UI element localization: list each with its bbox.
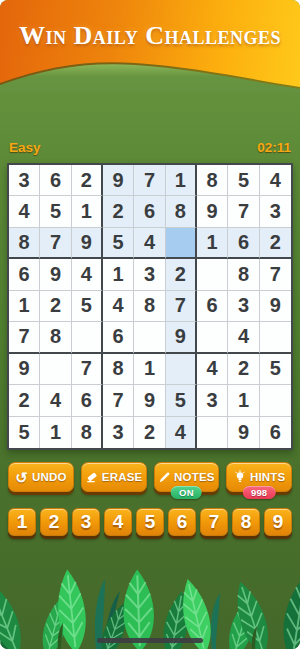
cell-r4c8[interactable]: 8 bbox=[228, 259, 259, 290]
cell-r6c6[interactable]: 9 bbox=[166, 322, 197, 353]
cell-r7c9[interactable]: 5 bbox=[260, 354, 291, 385]
cell-r9c7[interactable] bbox=[197, 417, 228, 448]
cell-r4c5[interactable]: 3 bbox=[134, 259, 165, 290]
cell-r9c5[interactable]: 2 bbox=[134, 417, 165, 448]
cell-r3c9[interactable]: 2 bbox=[260, 228, 291, 259]
cell-r5c7[interactable]: 6 bbox=[197, 291, 228, 322]
cell-r2c8[interactable]: 7 bbox=[228, 196, 259, 227]
cell-r6c3[interactable] bbox=[72, 322, 103, 353]
cell-r3c2[interactable]: 7 bbox=[40, 228, 71, 259]
cell-r3c4[interactable]: 5 bbox=[103, 228, 134, 259]
cell-r4c2[interactable]: 9 bbox=[40, 259, 71, 290]
notes-on-badge: ON bbox=[171, 486, 202, 500]
numpad-8[interactable]: 8 bbox=[232, 508, 260, 536]
cell-r3c6[interactable] bbox=[166, 228, 197, 259]
cell-r5c5[interactable]: 8 bbox=[134, 291, 165, 322]
cell-r6c7[interactable] bbox=[197, 322, 228, 353]
home-indicator[interactable] bbox=[97, 638, 203, 643]
cell-r7c2[interactable] bbox=[40, 354, 71, 385]
timer: 02:11 bbox=[257, 140, 291, 155]
cell-r1c2[interactable]: 6 bbox=[40, 165, 71, 196]
numpad-9[interactable]: 9 bbox=[264, 508, 292, 536]
cell-r5c9[interactable]: 9 bbox=[260, 291, 291, 322]
cell-r6c8[interactable]: 4 bbox=[228, 322, 259, 353]
cell-r5c8[interactable]: 3 bbox=[228, 291, 259, 322]
banner-title: Win Daily Challenges bbox=[0, 21, 300, 51]
cell-r1c1[interactable]: 3 bbox=[9, 165, 40, 196]
cell-r3c8[interactable]: 6 bbox=[228, 228, 259, 259]
undo-icon: ↺ bbox=[15, 470, 28, 485]
cell-r4c4[interactable]: 1 bbox=[103, 259, 134, 290]
cell-r4c7[interactable] bbox=[197, 259, 228, 290]
cell-r8c3[interactable]: 6 bbox=[72, 385, 103, 416]
hints-label: HINTS bbox=[250, 471, 286, 483]
undo-label: UNDO bbox=[32, 471, 67, 483]
cell-r9c2[interactable]: 1 bbox=[40, 417, 71, 448]
numpad-2[interactable]: 2 bbox=[40, 508, 68, 536]
numpad-3[interactable]: 3 bbox=[72, 508, 100, 536]
cell-r5c4[interactable]: 4 bbox=[103, 291, 134, 322]
cell-r9c1[interactable]: 5 bbox=[9, 417, 40, 448]
cell-r5c1[interactable]: 1 bbox=[9, 291, 40, 322]
cell-r3c5[interactable]: 4 bbox=[134, 228, 165, 259]
cell-r4c1[interactable]: 6 bbox=[9, 259, 40, 290]
hints-count-badge: 998 bbox=[243, 486, 275, 500]
cell-r1c8[interactable]: 5 bbox=[228, 165, 259, 196]
status-row: Easy 02:11 bbox=[9, 140, 291, 155]
cell-r8c4[interactable]: 7 bbox=[103, 385, 134, 416]
cell-r4c6[interactable]: 2 bbox=[166, 259, 197, 290]
difficulty-label: Easy bbox=[9, 140, 41, 155]
green-hill-decoration bbox=[0, 56, 300, 92]
cell-r2c4[interactable]: 2 bbox=[103, 196, 134, 227]
cell-r7c7[interactable]: 4 bbox=[197, 354, 228, 385]
cell-r8c6[interactable]: 5 bbox=[166, 385, 197, 416]
cell-r1c4[interactable]: 9 bbox=[103, 165, 134, 196]
numpad-5[interactable]: 5 bbox=[136, 508, 164, 536]
notes-button[interactable]: NOTES ON bbox=[154, 462, 220, 492]
cell-r7c8[interactable]: 2 bbox=[228, 354, 259, 385]
cell-r2c1[interactable]: 4 bbox=[9, 196, 40, 227]
cell-r6c5[interactable] bbox=[134, 322, 165, 353]
cell-r8c5[interactable]: 9 bbox=[134, 385, 165, 416]
notes-label: NOTES bbox=[174, 471, 215, 483]
cell-r7c1[interactable]: 9 bbox=[9, 354, 40, 385]
cell-r6c9[interactable] bbox=[260, 322, 291, 353]
numpad-7[interactable]: 7 bbox=[200, 508, 228, 536]
cell-r1c3[interactable]: 2 bbox=[72, 165, 103, 196]
cell-r2c7[interactable]: 9 bbox=[197, 196, 228, 227]
cell-r9c4[interactable]: 3 bbox=[103, 417, 134, 448]
cell-r4c3[interactable]: 4 bbox=[72, 259, 103, 290]
cell-r8c8[interactable]: 1 bbox=[228, 385, 259, 416]
cell-r3c7[interactable]: 1 bbox=[197, 228, 228, 259]
cell-r2c5[interactable]: 6 bbox=[134, 196, 165, 227]
cell-r9c9[interactable]: 6 bbox=[260, 417, 291, 448]
cell-r6c2[interactable]: 8 bbox=[40, 322, 71, 353]
cell-r5c2[interactable]: 2 bbox=[40, 291, 71, 322]
toolbar: ↺ UNDO ERASE NOTES ON bbox=[8, 462, 292, 492]
cell-r1c5[interactable]: 7 bbox=[134, 165, 165, 196]
lightbulb-icon bbox=[233, 470, 247, 484]
cell-r2c9[interactable]: 3 bbox=[260, 196, 291, 227]
cell-r5c6[interactable]: 7 bbox=[166, 291, 197, 322]
cell-r7c4[interactable]: 8 bbox=[103, 354, 134, 385]
undo-button[interactable]: ↺ UNDO bbox=[8, 462, 74, 492]
erase-label: ERASE bbox=[102, 471, 143, 483]
cell-r8c9[interactable] bbox=[260, 385, 291, 416]
cell-r9c6[interactable]: 4 bbox=[166, 417, 197, 448]
numpad-1[interactable]: 1 bbox=[8, 508, 36, 536]
hints-button[interactable]: HINTS 998 bbox=[226, 462, 292, 492]
app-screen: Win Daily Challenges Easy 02:11 36297185… bbox=[0, 0, 300, 649]
pencil-icon bbox=[158, 471, 171, 484]
cell-r1c6[interactable]: 1 bbox=[166, 165, 197, 196]
cell-r3c3[interactable]: 9 bbox=[72, 228, 103, 259]
cell-r8c2[interactable]: 4 bbox=[40, 385, 71, 416]
cell-r5c3[interactable]: 5 bbox=[72, 291, 103, 322]
cell-r4c9[interactable]: 7 bbox=[260, 259, 291, 290]
cell-r7c6[interactable] bbox=[166, 354, 197, 385]
jungle-leaves-decoration bbox=[0, 557, 300, 649]
number-pad: 123456789 bbox=[8, 508, 292, 536]
cell-r8c1[interactable]: 2 bbox=[9, 385, 40, 416]
cell-r1c7[interactable]: 8 bbox=[197, 165, 228, 196]
cell-r2c6[interactable]: 8 bbox=[166, 196, 197, 227]
numpad-6[interactable]: 6 bbox=[168, 508, 196, 536]
cell-r9c8[interactable]: 9 bbox=[228, 417, 259, 448]
cell-r8c7[interactable]: 3 bbox=[197, 385, 228, 416]
sudoku-grid: 3629718544512689738795416269413287125487… bbox=[7, 163, 293, 450]
eraser-icon bbox=[85, 471, 99, 484]
cell-r7c3[interactable]: 7 bbox=[72, 354, 103, 385]
erase-button[interactable]: ERASE bbox=[81, 462, 147, 492]
numpad-4[interactable]: 4 bbox=[104, 508, 132, 536]
cell-r1c9[interactable]: 4 bbox=[260, 165, 291, 196]
cell-r6c1[interactable]: 7 bbox=[9, 322, 40, 353]
cell-r6c4[interactable]: 6 bbox=[103, 322, 134, 353]
cell-r2c3[interactable]: 1 bbox=[72, 196, 103, 227]
cell-r3c1[interactable]: 8 bbox=[9, 228, 40, 259]
cell-r9c3[interactable]: 8 bbox=[72, 417, 103, 448]
cell-r7c5[interactable]: 1 bbox=[134, 354, 165, 385]
cell-r2c2[interactable]: 5 bbox=[40, 196, 71, 227]
